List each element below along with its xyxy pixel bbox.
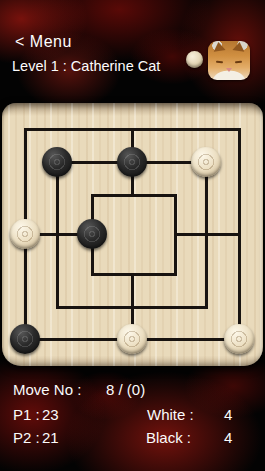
point-f6[interactable]	[191, 147, 221, 177]
p2-label: P2 :	[13, 429, 40, 446]
point-b2[interactable]	[42, 292, 72, 322]
app-screen: <Menu Level 1 : Catherine Cat Move No : …	[0, 0, 265, 471]
point-a4[interactable]	[10, 219, 40, 249]
point-d6[interactable]	[117, 147, 147, 177]
point-g7[interactable]	[224, 114, 254, 144]
level-label: Level 1 : Catherine Cat	[12, 58, 160, 74]
cat-nose-icon	[226, 68, 232, 72]
p2-value: 21	[42, 429, 59, 446]
morris-board	[2, 103, 263, 366]
menu-back-button[interactable]: <Menu	[15, 33, 72, 51]
point-c4[interactable]	[77, 219, 107, 249]
white-piece-f6[interactable]	[191, 147, 221, 177]
black-piece-a1[interactable]	[10, 324, 40, 354]
back-chevron-icon: <	[15, 33, 25, 50]
white-piece-turn-indicator	[186, 51, 203, 68]
black-piece-b6[interactable]	[42, 147, 72, 177]
point-e5[interactable]	[160, 180, 190, 210]
white-count-label: White :	[147, 406, 194, 423]
cat-eye-left-icon	[216, 61, 223, 64]
white-piece-d1[interactable]	[117, 324, 147, 354]
point-f2[interactable]	[191, 292, 221, 322]
point-g4[interactable]	[224, 219, 254, 249]
point-g1[interactable]	[224, 324, 254, 354]
point-d2[interactable]	[117, 292, 147, 322]
cat-eye-right-icon	[235, 61, 242, 64]
point-f4[interactable]	[191, 219, 221, 249]
menu-button-label: Menu	[30, 33, 72, 50]
point-d7[interactable]	[117, 114, 147, 144]
cat-ear-left-icon	[212, 41, 225, 52]
black-piece-d6[interactable]	[117, 147, 147, 177]
point-e4[interactable]	[160, 219, 190, 249]
white-piece-g1[interactable]	[224, 324, 254, 354]
p1-value: 23	[42, 406, 59, 423]
move-number-value: 8 / (0)	[106, 381, 145, 398]
point-b4[interactable]	[42, 219, 72, 249]
point-d3[interactable]	[117, 259, 147, 289]
black-piece-c4[interactable]	[77, 219, 107, 249]
black-count-value: 4	[224, 429, 232, 446]
p1-label: P1 :	[13, 406, 40, 423]
point-e3[interactable]	[160, 259, 190, 289]
point-b6[interactable]	[42, 147, 72, 177]
opponent-avatar[interactable]	[208, 41, 250, 80]
white-count-value: 4	[224, 406, 232, 423]
black-count-label: Black :	[146, 429, 191, 446]
point-a1[interactable]	[10, 324, 40, 354]
cat-ear-right-icon	[232, 41, 245, 52]
point-d1[interactable]	[117, 324, 147, 354]
point-a7[interactable]	[10, 114, 40, 144]
point-d5[interactable]	[117, 180, 147, 210]
point-c3[interactable]	[77, 259, 107, 289]
white-piece-a4[interactable]	[10, 219, 40, 249]
move-number-label: Move No :	[13, 381, 81, 398]
point-c5[interactable]	[77, 180, 107, 210]
